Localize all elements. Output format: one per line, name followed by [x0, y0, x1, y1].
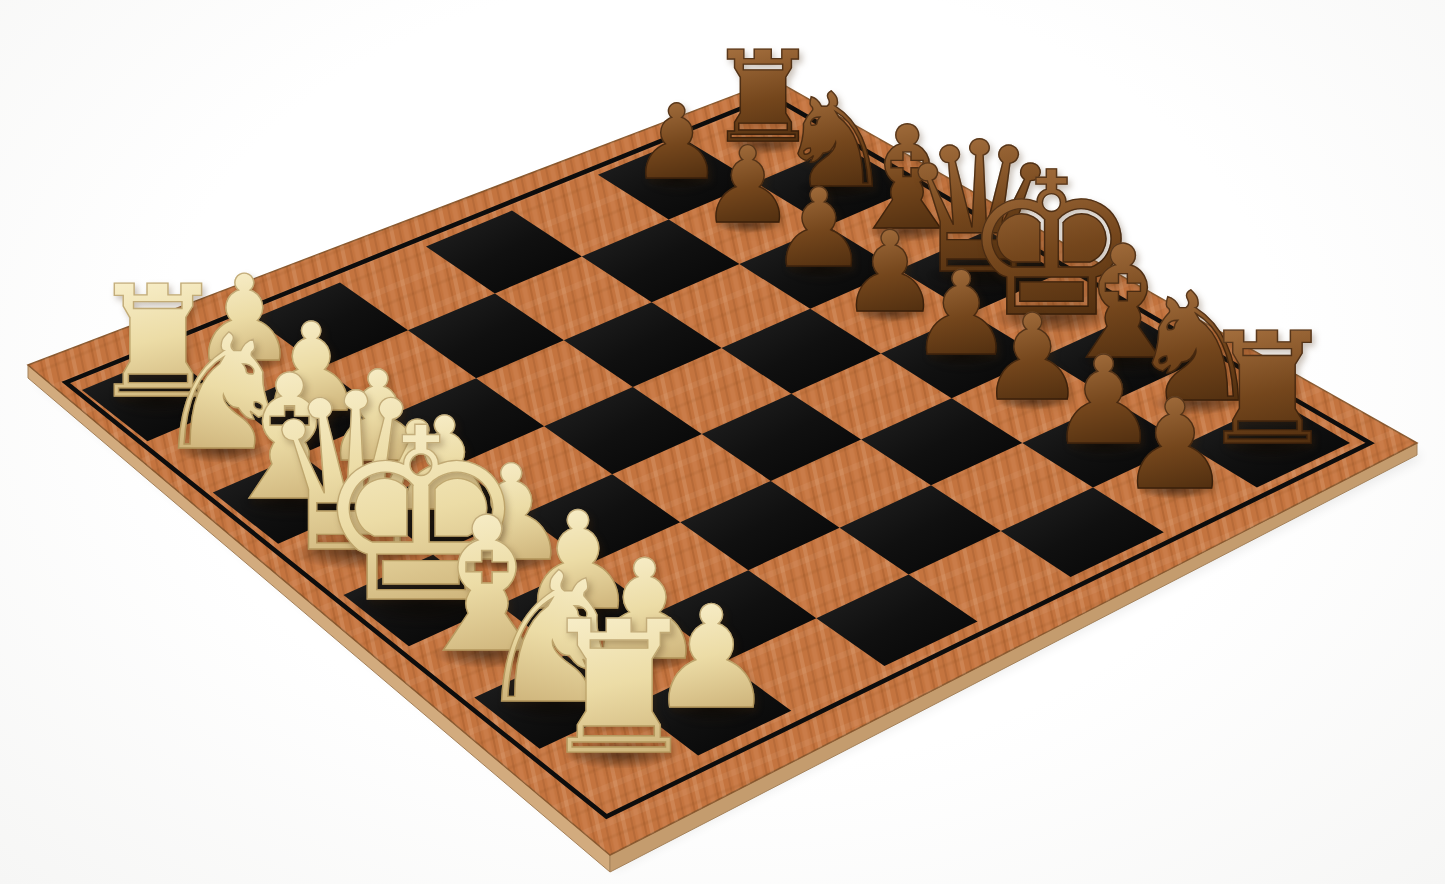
- pieces-layer: ♜♟♞♟♝♟♛♟♚♟♝♟♜♟♞♟♟♜♞♟♟♝♟♛♟♚♟♝♟♞♟♜: [0, 0, 1445, 884]
- black-pawn-h7[interactable]: ♟: [1119, 382, 1231, 507]
- chess-set-photo: ♜♟♞♟♝♟♛♟♚♟♝♟♜♟♞♟♟♜♞♟♟♝♟♛♟♚♟♝♟♞♟♜: [0, 0, 1445, 884]
- white-rook-h1[interactable]: ♜: [536, 596, 701, 780]
- rook-glyph: ♜: [536, 596, 701, 780]
- pawn-glyph: ♟: [1119, 382, 1231, 507]
